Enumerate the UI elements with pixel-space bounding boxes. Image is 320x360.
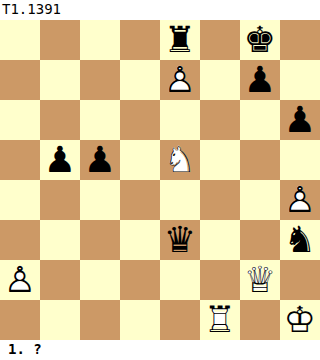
square-h1[interactable]: ♚♔ [280, 300, 320, 340]
square-a6[interactable] [0, 100, 40, 140]
square-e2[interactable] [160, 260, 200, 300]
piece-outline-layer: ♔ [280, 300, 320, 340]
piece-outline-layer: ♙ [280, 180, 320, 220]
square-c7[interactable] [80, 60, 120, 100]
square-c4[interactable] [80, 180, 120, 220]
square-a2[interactable]: ♟♙ [0, 260, 40, 300]
square-g3[interactable] [240, 220, 280, 260]
square-g7[interactable]: ♟ [240, 60, 280, 100]
square-f1[interactable]: ♜♖ [200, 300, 240, 340]
square-f2[interactable] [200, 260, 240, 300]
black-pawn-icon[interactable]: ♟ [240, 60, 280, 100]
square-g6[interactable] [240, 100, 280, 140]
square-a7[interactable] [0, 60, 40, 100]
white-rook-icon[interactable]: ♜♖ [200, 300, 240, 340]
square-a4[interactable] [0, 180, 40, 220]
square-d6[interactable] [120, 100, 160, 140]
piece-outline-layer: ♘ [160, 140, 200, 180]
piece-outline-layer: ♙ [160, 60, 200, 100]
square-f7[interactable] [200, 60, 240, 100]
white-king-icon[interactable]: ♚♔ [280, 300, 320, 340]
square-e4[interactable] [160, 180, 200, 220]
square-e3[interactable]: ♛ [160, 220, 200, 260]
white-knight-icon[interactable]: ♞♘ [160, 140, 200, 180]
white-pawn-icon[interactable]: ♟♙ [0, 260, 40, 300]
square-c6[interactable] [80, 100, 120, 140]
square-f4[interactable] [200, 180, 240, 220]
square-d2[interactable] [120, 260, 160, 300]
puzzle-id: T1.1391 [0, 0, 320, 20]
square-e6[interactable] [160, 100, 200, 140]
square-b8[interactable] [40, 20, 80, 60]
square-f3[interactable] [200, 220, 240, 260]
square-d4[interactable] [120, 180, 160, 220]
square-e1[interactable] [160, 300, 200, 340]
black-knight-icon[interactable]: ♞ [280, 220, 320, 260]
square-f6[interactable] [200, 100, 240, 140]
square-g4[interactable] [240, 180, 280, 220]
square-h2[interactable] [280, 260, 320, 300]
square-h7[interactable] [280, 60, 320, 100]
square-d5[interactable] [120, 140, 160, 180]
square-g2[interactable]: ♛♕ [240, 260, 280, 300]
square-g5[interactable] [240, 140, 280, 180]
black-rook-icon[interactable]: ♜ [160, 20, 200, 60]
piece-outline-layer: ♖ [200, 300, 240, 340]
white-queen-icon[interactable]: ♛♕ [240, 260, 280, 300]
square-b3[interactable] [40, 220, 80, 260]
square-b7[interactable] [40, 60, 80, 100]
square-h5[interactable] [280, 140, 320, 180]
square-b6[interactable] [40, 100, 80, 140]
white-pawn-icon[interactable]: ♟♙ [280, 180, 320, 220]
black-queen-icon[interactable]: ♛ [160, 220, 200, 260]
square-b2[interactable] [40, 260, 80, 300]
square-h3[interactable]: ♞ [280, 220, 320, 260]
square-h8[interactable] [280, 20, 320, 60]
square-g8[interactable]: ♚ [240, 20, 280, 60]
square-a3[interactable] [0, 220, 40, 260]
piece-outline-layer: ♕ [240, 260, 280, 300]
black-pawn-icon[interactable]: ♟ [80, 140, 120, 180]
square-e5[interactable]: ♞♘ [160, 140, 200, 180]
square-d3[interactable] [120, 220, 160, 260]
black-pawn-icon[interactable]: ♟ [280, 100, 320, 140]
square-f8[interactable] [200, 20, 240, 60]
square-c1[interactable] [80, 300, 120, 340]
square-c8[interactable] [80, 20, 120, 60]
square-b1[interactable] [40, 300, 80, 340]
black-king-icon[interactable]: ♚ [240, 20, 280, 60]
square-e8[interactable]: ♜ [160, 20, 200, 60]
square-c3[interactable] [80, 220, 120, 260]
square-c2[interactable] [80, 260, 120, 300]
black-pawn-icon[interactable]: ♟ [40, 140, 80, 180]
square-d8[interactable] [120, 20, 160, 60]
square-f5[interactable] [200, 140, 240, 180]
square-g1[interactable] [240, 300, 280, 340]
square-a1[interactable] [0, 300, 40, 340]
white-pawn-icon[interactable]: ♟♙ [160, 60, 200, 100]
square-a5[interactable] [0, 140, 40, 180]
square-a8[interactable] [0, 20, 40, 60]
piece-outline-layer: ♙ [0, 260, 40, 300]
square-e7[interactable]: ♟♙ [160, 60, 200, 100]
square-d7[interactable] [120, 60, 160, 100]
square-c5[interactable]: ♟ [80, 140, 120, 180]
square-b5[interactable]: ♟ [40, 140, 80, 180]
chess-board: ♜♚♟♙♟♟♟♟♞♘♟♙♛♞♟♙♛♕♜♖♚♔ [0, 20, 320, 340]
move-prompt: 1. ? [0, 340, 320, 360]
square-h6[interactable]: ♟ [280, 100, 320, 140]
square-h4[interactable]: ♟♙ [280, 180, 320, 220]
square-d1[interactable] [120, 300, 160, 340]
square-b4[interactable] [40, 180, 80, 220]
